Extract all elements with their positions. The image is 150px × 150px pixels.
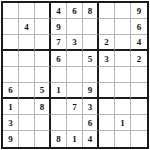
cell-r4c7[interactable]: 3 (99, 51, 115, 67)
cell-r4c6[interactable]: 5 (83, 51, 99, 67)
cell-r7c2[interactable] (19, 99, 35, 115)
cell-r1c1[interactable] (3, 3, 19, 19)
cell-r8c8[interactable]: 1 (115, 115, 131, 131)
cell-r8c9[interactable] (131, 115, 147, 131)
cell-r7c3[interactable]: 8 (35, 99, 51, 115)
cell-r2c8[interactable] (115, 19, 131, 35)
cell-r2c4[interactable]: 9 (51, 19, 67, 35)
cell-r4c4[interactable]: 6 (51, 51, 67, 67)
cell-r9c8[interactable] (115, 131, 131, 147)
cell-r3c8[interactable] (115, 35, 131, 51)
cell-r8c7[interactable] (99, 115, 115, 131)
cell-r6c5[interactable] (67, 83, 83, 99)
cell-r5c6[interactable] (83, 67, 99, 83)
cell-r5c1[interactable] (3, 67, 19, 83)
cell-r3c4[interactable]: 7 (51, 35, 67, 51)
cell-r5c3[interactable] (35, 67, 51, 83)
sudoku-puzzle: 468949673246532651918733619814 (0, 0, 150, 150)
cell-r1c5[interactable]: 6 (67, 3, 83, 19)
cell-r7c9[interactable] (131, 99, 147, 115)
cell-r6c2[interactable] (19, 83, 35, 99)
sudoku-board: 468949673246532651918733619814 (1, 1, 149, 149)
cell-r4c8[interactable] (115, 51, 131, 67)
cell-r5c9[interactable] (131, 67, 147, 83)
cell-r4c5[interactable] (67, 51, 83, 67)
cell-r2c9[interactable]: 6 (131, 19, 147, 35)
cell-r6c6[interactable]: 9 (83, 83, 99, 99)
cell-r3c2[interactable] (19, 35, 35, 51)
cell-r2c7[interactable] (99, 19, 115, 35)
cell-r7c5[interactable]: 7 (67, 99, 83, 115)
cell-r8c2[interactable] (19, 115, 35, 131)
cell-r6c9[interactable] (131, 83, 147, 99)
cell-r5c2[interactable] (19, 67, 35, 83)
cell-r8c1[interactable]: 3 (3, 115, 19, 131)
cell-r9c1[interactable]: 9 (3, 131, 19, 147)
cell-r7c8[interactable] (115, 99, 131, 115)
cell-r2c6[interactable] (83, 19, 99, 35)
cell-r4c3[interactable] (35, 51, 51, 67)
cell-r1c2[interactable] (19, 3, 35, 19)
cell-r1c3[interactable] (35, 3, 51, 19)
cell-r5c8[interactable] (115, 67, 131, 83)
cell-r6c1[interactable]: 6 (3, 83, 19, 99)
cell-r9c9[interactable] (131, 131, 147, 147)
cell-r6c8[interactable] (115, 83, 131, 99)
cell-r7c7[interactable] (99, 99, 115, 115)
cell-r1c9[interactable]: 9 (131, 3, 147, 19)
cell-r1c8[interactable] (115, 3, 131, 19)
cell-r9c2[interactable] (19, 131, 35, 147)
cell-r6c4[interactable]: 1 (51, 83, 67, 99)
cell-r9c3[interactable] (35, 131, 51, 147)
cell-r4c9[interactable]: 2 (131, 51, 147, 67)
cell-r7c4[interactable] (51, 99, 67, 115)
cell-r6c3[interactable]: 5 (35, 83, 51, 99)
cell-r4c1[interactable] (3, 51, 19, 67)
cell-r7c1[interactable]: 1 (3, 99, 19, 115)
cell-r3c5[interactable]: 3 (67, 35, 83, 51)
cell-r9c4[interactable]: 8 (51, 131, 67, 147)
cell-r7c6[interactable]: 3 (83, 99, 99, 115)
cell-r1c7[interactable] (99, 3, 115, 19)
cell-r5c4[interactable] (51, 67, 67, 83)
cell-r1c4[interactable]: 4 (51, 3, 67, 19)
cell-r2c2[interactable]: 4 (19, 19, 35, 35)
cell-r8c6[interactable]: 6 (83, 115, 99, 131)
cell-r8c3[interactable] (35, 115, 51, 131)
cell-r2c3[interactable] (35, 19, 51, 35)
cell-r4c2[interactable] (19, 51, 35, 67)
cell-r3c3[interactable] (35, 35, 51, 51)
cell-r9c7[interactable] (99, 131, 115, 147)
cell-r5c5[interactable] (67, 67, 83, 83)
cell-r6c7[interactable] (99, 83, 115, 99)
cell-r9c5[interactable]: 1 (67, 131, 83, 147)
cell-r3c9[interactable]: 4 (131, 35, 147, 51)
cell-r2c1[interactable] (3, 19, 19, 35)
cell-r3c6[interactable] (83, 35, 99, 51)
cell-r2c5[interactable] (67, 19, 83, 35)
cell-r8c5[interactable] (67, 115, 83, 131)
cell-r5c7[interactable] (99, 67, 115, 83)
cell-r3c7[interactable]: 2 (99, 35, 115, 51)
cell-r1c6[interactable]: 8 (83, 3, 99, 19)
cell-r3c1[interactable] (3, 35, 19, 51)
cell-r9c6[interactable]: 4 (83, 131, 99, 147)
cell-r8c4[interactable] (51, 115, 67, 131)
